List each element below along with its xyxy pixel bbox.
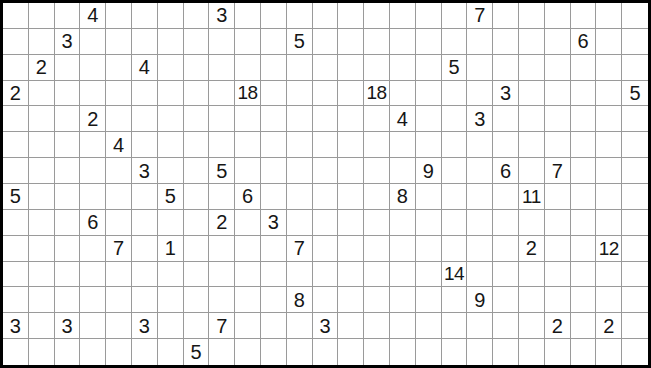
empty-cell[interactable]	[158, 262, 184, 288]
empty-cell[interactable]	[235, 158, 261, 184]
empty-cell[interactable]	[493, 29, 519, 55]
empty-cell[interactable]	[235, 3, 261, 29]
empty-cell[interactable]	[442, 3, 468, 29]
empty-cell[interactable]	[158, 55, 184, 81]
empty-cell[interactable]	[442, 132, 468, 158]
empty-cell[interactable]	[364, 184, 390, 210]
empty-cell[interactable]	[571, 262, 597, 288]
empty-cell[interactable]	[80, 262, 106, 288]
empty-cell[interactable]	[416, 236, 442, 262]
empty-cell[interactable]	[571, 55, 597, 81]
empty-cell[interactable]	[184, 262, 210, 288]
empty-cell[interactable]	[338, 210, 364, 236]
empty-cell[interactable]	[571, 339, 597, 365]
empty-cell[interactable]	[364, 236, 390, 262]
empty-cell[interactable]	[132, 184, 158, 210]
empty-cell[interactable]	[235, 132, 261, 158]
empty-cell[interactable]	[261, 81, 287, 107]
clue-cell[interactable]: 3	[55, 29, 81, 55]
empty-cell[interactable]	[158, 339, 184, 365]
empty-cell[interactable]	[364, 3, 390, 29]
empty-cell[interactable]	[364, 210, 390, 236]
empty-cell[interactable]	[209, 106, 235, 132]
empty-cell[interactable]	[467, 132, 493, 158]
empty-cell[interactable]	[80, 132, 106, 158]
empty-cell[interactable]	[158, 158, 184, 184]
empty-cell[interactable]	[184, 81, 210, 107]
empty-cell[interactable]	[364, 313, 390, 339]
empty-cell[interactable]	[596, 29, 622, 55]
clue-cell[interactable]: 9	[416, 158, 442, 184]
empty-cell[interactable]	[184, 287, 210, 313]
empty-cell[interactable]	[29, 313, 55, 339]
empty-cell[interactable]	[287, 81, 313, 107]
empty-cell[interactable]	[390, 158, 416, 184]
clue-cell[interactable]: 11	[519, 184, 545, 210]
clue-cell[interactable]: 3	[261, 210, 287, 236]
empty-cell[interactable]	[158, 29, 184, 55]
empty-cell[interactable]	[29, 29, 55, 55]
empty-cell[interactable]	[55, 81, 81, 107]
empty-cell[interactable]	[55, 262, 81, 288]
empty-cell[interactable]	[364, 132, 390, 158]
empty-cell[interactable]	[519, 339, 545, 365]
clue-cell[interactable]: 4	[132, 55, 158, 81]
empty-cell[interactable]	[261, 55, 287, 81]
empty-cell[interactable]	[519, 262, 545, 288]
empty-cell[interactable]	[55, 184, 81, 210]
empty-cell[interactable]	[467, 339, 493, 365]
empty-cell[interactable]	[3, 287, 29, 313]
empty-cell[interactable]	[416, 132, 442, 158]
empty-cell[interactable]	[158, 210, 184, 236]
empty-cell[interactable]	[442, 313, 468, 339]
empty-cell[interactable]	[390, 81, 416, 107]
empty-cell[interactable]	[313, 236, 339, 262]
empty-cell[interactable]	[80, 81, 106, 107]
empty-cell[interactable]	[442, 29, 468, 55]
empty-cell[interactable]	[106, 313, 132, 339]
empty-cell[interactable]	[261, 158, 287, 184]
empty-cell[interactable]	[287, 106, 313, 132]
empty-cell[interactable]	[106, 55, 132, 81]
empty-cell[interactable]	[519, 158, 545, 184]
empty-cell[interactable]	[364, 262, 390, 288]
empty-cell[interactable]	[132, 29, 158, 55]
empty-cell[interactable]	[184, 236, 210, 262]
empty-cell[interactable]	[571, 313, 597, 339]
empty-cell[interactable]	[55, 236, 81, 262]
empty-cell[interactable]	[442, 81, 468, 107]
empty-cell[interactable]	[442, 106, 468, 132]
empty-cell[interactable]	[158, 3, 184, 29]
empty-cell[interactable]	[80, 287, 106, 313]
empty-cell[interactable]	[571, 3, 597, 29]
empty-cell[interactable]	[622, 339, 648, 365]
empty-cell[interactable]	[442, 184, 468, 210]
empty-cell[interactable]	[596, 339, 622, 365]
empty-cell[interactable]	[3, 158, 29, 184]
empty-cell[interactable]	[261, 29, 287, 55]
empty-cell[interactable]	[416, 55, 442, 81]
empty-cell[interactable]	[55, 55, 81, 81]
empty-cell[interactable]	[3, 55, 29, 81]
empty-cell[interactable]	[467, 29, 493, 55]
empty-cell[interactable]	[158, 81, 184, 107]
empty-cell[interactable]	[493, 210, 519, 236]
clue-cell[interactable]: 3	[209, 3, 235, 29]
empty-cell[interactable]	[467, 184, 493, 210]
empty-cell[interactable]	[313, 81, 339, 107]
empty-cell[interactable]	[338, 287, 364, 313]
empty-cell[interactable]	[545, 29, 571, 55]
empty-cell[interactable]	[390, 3, 416, 29]
empty-cell[interactable]	[338, 262, 364, 288]
empty-cell[interactable]	[519, 106, 545, 132]
empty-cell[interactable]	[571, 132, 597, 158]
clue-cell[interactable]: 2	[209, 210, 235, 236]
clue-cell[interactable]: 5	[158, 184, 184, 210]
empty-cell[interactable]	[132, 339, 158, 365]
empty-cell[interactable]	[364, 158, 390, 184]
empty-cell[interactable]	[338, 236, 364, 262]
empty-cell[interactable]	[596, 3, 622, 29]
empty-cell[interactable]	[209, 55, 235, 81]
empty-cell[interactable]	[209, 29, 235, 55]
clue-cell[interactable]: 3	[132, 158, 158, 184]
empty-cell[interactable]	[545, 339, 571, 365]
empty-cell[interactable]	[287, 132, 313, 158]
empty-cell[interactable]	[416, 106, 442, 132]
empty-cell[interactable]	[622, 262, 648, 288]
empty-cell[interactable]	[106, 106, 132, 132]
empty-cell[interactable]	[442, 339, 468, 365]
empty-cell[interactable]	[287, 184, 313, 210]
clue-cell[interactable]: 8	[390, 184, 416, 210]
clue-cell[interactable]: 2	[29, 55, 55, 81]
empty-cell[interactable]	[287, 3, 313, 29]
empty-cell[interactable]	[261, 184, 287, 210]
empty-cell[interactable]	[338, 313, 364, 339]
empty-cell[interactable]	[29, 210, 55, 236]
clue-cell[interactable]: 14	[442, 262, 468, 288]
empty-cell[interactable]	[261, 262, 287, 288]
empty-cell[interactable]	[571, 81, 597, 107]
empty-cell[interactable]	[106, 3, 132, 29]
empty-cell[interactable]	[493, 106, 519, 132]
empty-cell[interactable]	[184, 3, 210, 29]
empty-cell[interactable]	[519, 287, 545, 313]
empty-cell[interactable]	[3, 29, 29, 55]
empty-cell[interactable]	[467, 81, 493, 107]
empty-cell[interactable]	[622, 55, 648, 81]
empty-cell[interactable]	[364, 106, 390, 132]
empty-cell[interactable]	[261, 339, 287, 365]
empty-cell[interactable]	[364, 339, 390, 365]
empty-cell[interactable]	[235, 262, 261, 288]
clue-cell[interactable]: 6	[493, 158, 519, 184]
empty-cell[interactable]	[132, 287, 158, 313]
empty-cell[interactable]	[261, 313, 287, 339]
empty-cell[interactable]	[416, 339, 442, 365]
empty-cell[interactable]	[390, 210, 416, 236]
empty-cell[interactable]	[622, 210, 648, 236]
empty-cell[interactable]	[493, 287, 519, 313]
empty-cell[interactable]	[184, 132, 210, 158]
empty-cell[interactable]	[313, 262, 339, 288]
empty-cell[interactable]	[209, 236, 235, 262]
empty-cell[interactable]	[467, 210, 493, 236]
clue-cell[interactable]: 3	[132, 313, 158, 339]
empty-cell[interactable]	[390, 132, 416, 158]
empty-cell[interactable]	[571, 287, 597, 313]
empty-cell[interactable]	[416, 262, 442, 288]
empty-cell[interactable]	[467, 313, 493, 339]
empty-cell[interactable]	[571, 236, 597, 262]
empty-cell[interactable]	[132, 106, 158, 132]
empty-cell[interactable]	[80, 29, 106, 55]
clue-cell[interactable]: 7	[545, 158, 571, 184]
empty-cell[interactable]	[416, 29, 442, 55]
empty-cell[interactable]	[338, 184, 364, 210]
empty-cell[interactable]	[338, 55, 364, 81]
clue-cell[interactable]: 2	[519, 236, 545, 262]
empty-cell[interactable]	[545, 236, 571, 262]
empty-cell[interactable]	[132, 236, 158, 262]
empty-cell[interactable]	[545, 287, 571, 313]
empty-cell[interactable]	[132, 81, 158, 107]
empty-cell[interactable]	[442, 158, 468, 184]
empty-cell[interactable]	[29, 158, 55, 184]
empty-cell[interactable]	[29, 339, 55, 365]
empty-cell[interactable]	[493, 313, 519, 339]
empty-cell[interactable]	[287, 339, 313, 365]
empty-cell[interactable]	[313, 210, 339, 236]
empty-cell[interactable]	[416, 287, 442, 313]
empty-cell[interactable]	[596, 158, 622, 184]
empty-cell[interactable]	[3, 339, 29, 365]
empty-cell[interactable]	[622, 158, 648, 184]
empty-cell[interactable]	[106, 339, 132, 365]
empty-cell[interactable]	[545, 132, 571, 158]
empty-cell[interactable]	[29, 106, 55, 132]
empty-cell[interactable]	[3, 236, 29, 262]
empty-cell[interactable]	[313, 55, 339, 81]
empty-cell[interactable]	[209, 262, 235, 288]
clue-cell[interactable]: 5	[209, 158, 235, 184]
clue-cell[interactable]: 6	[80, 210, 106, 236]
empty-cell[interactable]	[235, 313, 261, 339]
empty-cell[interactable]	[55, 287, 81, 313]
empty-cell[interactable]	[287, 158, 313, 184]
empty-cell[interactable]	[29, 287, 55, 313]
empty-cell[interactable]	[416, 3, 442, 29]
clue-cell[interactable]: 2	[545, 313, 571, 339]
empty-cell[interactable]	[80, 236, 106, 262]
empty-cell[interactable]	[416, 313, 442, 339]
empty-cell[interactable]	[55, 3, 81, 29]
empty-cell[interactable]	[80, 184, 106, 210]
empty-cell[interactable]	[313, 3, 339, 29]
clue-cell[interactable]: 7	[467, 3, 493, 29]
clue-cell[interactable]: 3	[3, 313, 29, 339]
clue-cell[interactable]: 5	[3, 184, 29, 210]
empty-cell[interactable]	[313, 184, 339, 210]
empty-cell[interactable]	[158, 132, 184, 158]
empty-cell[interactable]	[596, 106, 622, 132]
empty-cell[interactable]	[519, 55, 545, 81]
empty-cell[interactable]	[3, 106, 29, 132]
empty-cell[interactable]	[261, 132, 287, 158]
empty-cell[interactable]	[80, 339, 106, 365]
empty-cell[interactable]	[55, 158, 81, 184]
empty-cell[interactable]	[622, 29, 648, 55]
empty-cell[interactable]	[338, 158, 364, 184]
empty-cell[interactable]	[158, 313, 184, 339]
clue-cell[interactable]: 18	[364, 81, 390, 107]
empty-cell[interactable]	[493, 132, 519, 158]
empty-cell[interactable]	[209, 184, 235, 210]
empty-cell[interactable]	[313, 287, 339, 313]
empty-cell[interactable]	[184, 313, 210, 339]
empty-cell[interactable]	[313, 132, 339, 158]
empty-cell[interactable]	[55, 210, 81, 236]
clue-cell[interactable]: 4	[80, 3, 106, 29]
empty-cell[interactable]	[287, 55, 313, 81]
empty-cell[interactable]	[545, 106, 571, 132]
empty-cell[interactable]	[467, 158, 493, 184]
empty-cell[interactable]	[313, 29, 339, 55]
clue-cell[interactable]: 2	[80, 106, 106, 132]
empty-cell[interactable]	[132, 262, 158, 288]
empty-cell[interactable]	[493, 3, 519, 29]
empty-cell[interactable]	[29, 132, 55, 158]
empty-cell[interactable]	[158, 106, 184, 132]
clue-cell[interactable]: 5	[622, 81, 648, 107]
empty-cell[interactable]	[493, 262, 519, 288]
empty-cell[interactable]	[519, 3, 545, 29]
empty-cell[interactable]	[158, 287, 184, 313]
empty-cell[interactable]	[622, 3, 648, 29]
empty-cell[interactable]	[519, 210, 545, 236]
empty-cell[interactable]	[287, 210, 313, 236]
empty-cell[interactable]	[493, 236, 519, 262]
clue-cell[interactable]: 7	[287, 236, 313, 262]
clue-cell[interactable]: 6	[235, 184, 261, 210]
empty-cell[interactable]	[390, 339, 416, 365]
clue-cell[interactable]: 1	[158, 236, 184, 262]
empty-cell[interactable]	[209, 339, 235, 365]
clue-cell[interactable]: 6	[571, 29, 597, 55]
clue-cell[interactable]: 2	[596, 313, 622, 339]
empty-cell[interactable]	[235, 106, 261, 132]
clue-cell[interactable]: 3	[493, 81, 519, 107]
empty-cell[interactable]	[261, 287, 287, 313]
empty-cell[interactable]	[519, 132, 545, 158]
empty-cell[interactable]	[493, 339, 519, 365]
empty-cell[interactable]	[390, 55, 416, 81]
empty-cell[interactable]	[106, 262, 132, 288]
empty-cell[interactable]	[235, 236, 261, 262]
empty-cell[interactable]	[29, 3, 55, 29]
empty-cell[interactable]	[3, 210, 29, 236]
empty-cell[interactable]	[106, 184, 132, 210]
clue-cell[interactable]: 4	[106, 132, 132, 158]
empty-cell[interactable]	[622, 184, 648, 210]
empty-cell[interactable]	[55, 132, 81, 158]
empty-cell[interactable]	[596, 262, 622, 288]
empty-cell[interactable]	[313, 158, 339, 184]
clue-cell[interactable]: 3	[313, 313, 339, 339]
empty-cell[interactable]	[132, 132, 158, 158]
empty-cell[interactable]	[338, 132, 364, 158]
empty-cell[interactable]	[364, 29, 390, 55]
empty-cell[interactable]	[442, 210, 468, 236]
empty-cell[interactable]	[467, 262, 493, 288]
empty-cell[interactable]	[545, 210, 571, 236]
empty-cell[interactable]	[338, 106, 364, 132]
empty-cell[interactable]	[571, 106, 597, 132]
empty-cell[interactable]	[338, 29, 364, 55]
empty-cell[interactable]	[571, 184, 597, 210]
empty-cell[interactable]	[596, 287, 622, 313]
empty-cell[interactable]	[467, 236, 493, 262]
empty-cell[interactable]	[106, 210, 132, 236]
empty-cell[interactable]	[184, 55, 210, 81]
empty-cell[interactable]	[364, 55, 390, 81]
empty-cell[interactable]	[622, 236, 648, 262]
empty-cell[interactable]	[29, 81, 55, 107]
empty-cell[interactable]	[184, 158, 210, 184]
empty-cell[interactable]	[596, 184, 622, 210]
empty-cell[interactable]	[622, 132, 648, 158]
empty-cell[interactable]	[209, 81, 235, 107]
empty-cell[interactable]	[261, 236, 287, 262]
clue-cell[interactable]: 2	[3, 81, 29, 107]
empty-cell[interactable]	[416, 184, 442, 210]
empty-cell[interactable]	[3, 3, 29, 29]
empty-cell[interactable]	[313, 339, 339, 365]
empty-cell[interactable]	[235, 339, 261, 365]
empty-cell[interactable]	[29, 262, 55, 288]
empty-cell[interactable]	[519, 81, 545, 107]
empty-cell[interactable]	[29, 236, 55, 262]
clue-cell[interactable]: 18	[235, 81, 261, 107]
empty-cell[interactable]	[106, 158, 132, 184]
empty-cell[interactable]	[184, 106, 210, 132]
empty-cell[interactable]	[287, 313, 313, 339]
empty-cell[interactable]	[55, 339, 81, 365]
empty-cell[interactable]	[416, 210, 442, 236]
empty-cell[interactable]	[338, 339, 364, 365]
clue-cell[interactable]: 7	[106, 236, 132, 262]
empty-cell[interactable]	[235, 55, 261, 81]
empty-cell[interactable]	[442, 236, 468, 262]
empty-cell[interactable]	[338, 81, 364, 107]
empty-cell[interactable]	[235, 287, 261, 313]
empty-cell[interactable]	[571, 210, 597, 236]
empty-cell[interactable]	[29, 184, 55, 210]
empty-cell[interactable]	[622, 313, 648, 339]
empty-cell[interactable]	[209, 132, 235, 158]
empty-cell[interactable]	[493, 55, 519, 81]
empty-cell[interactable]	[209, 287, 235, 313]
empty-cell[interactable]	[235, 29, 261, 55]
clue-cell[interactable]: 5	[287, 29, 313, 55]
empty-cell[interactable]	[545, 81, 571, 107]
empty-cell[interactable]	[3, 132, 29, 158]
empty-cell[interactable]	[390, 29, 416, 55]
